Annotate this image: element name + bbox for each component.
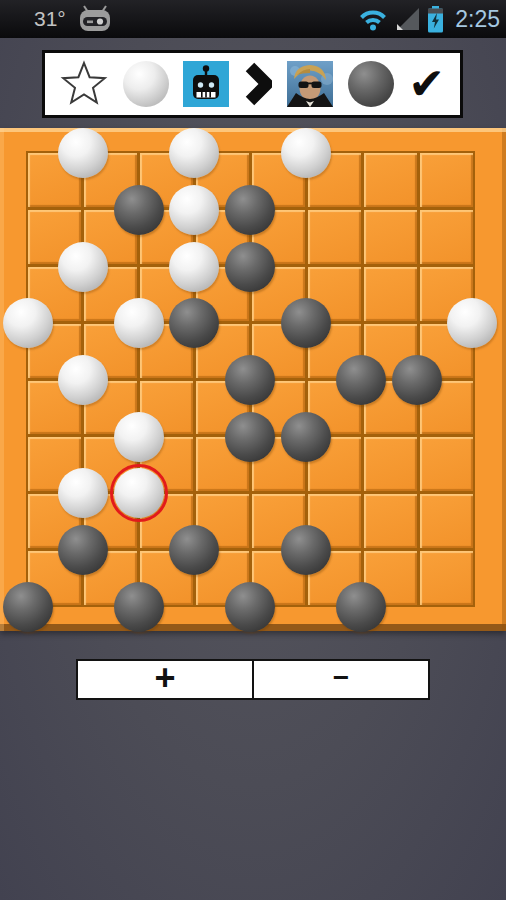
intersection-i4[interactable] xyxy=(444,408,500,465)
intersection-e8[interactable] xyxy=(222,182,278,239)
intersection-g3[interactable] xyxy=(333,465,389,522)
intersection-a8[interactable] xyxy=(0,182,56,239)
intersection-d8[interactable] xyxy=(167,182,223,239)
intersection-c9[interactable] xyxy=(111,125,167,182)
intersection-g2[interactable] xyxy=(333,522,389,579)
black-stone xyxy=(392,355,442,405)
robot-icon xyxy=(183,61,229,107)
black-stone xyxy=(169,298,219,348)
intersection-e5[interactable] xyxy=(222,352,278,409)
cell-signal-icon xyxy=(396,7,420,31)
intersection-i6[interactable] xyxy=(444,295,500,352)
intersection-e9[interactable] xyxy=(222,125,278,182)
intersection-a6[interactable] xyxy=(0,295,56,352)
intersection-b2[interactable] xyxy=(56,522,112,579)
intersection-i5[interactable] xyxy=(444,352,500,409)
intersection-f7[interactable] xyxy=(278,238,334,295)
intersection-a9[interactable] xyxy=(0,125,56,182)
black-stone xyxy=(225,582,275,632)
intersection-g8[interactable] xyxy=(333,182,389,239)
intersection-c4[interactable] xyxy=(111,408,167,465)
white-stone xyxy=(3,298,53,348)
intersection-e4[interactable] xyxy=(222,408,278,465)
white-stone xyxy=(169,128,219,178)
black-stone xyxy=(281,298,331,348)
intersection-d4[interactable] xyxy=(167,408,223,465)
intersection-a2[interactable] xyxy=(0,522,56,579)
intersection-i1[interactable] xyxy=(444,578,500,635)
stones-layer xyxy=(0,125,500,635)
intersection-c6[interactable] xyxy=(111,295,167,352)
intersection-i3[interactable] xyxy=(444,465,500,522)
intersection-h5[interactable] xyxy=(389,352,445,409)
star-button[interactable] xyxy=(60,60,108,108)
intersection-h9[interactable] xyxy=(389,125,445,182)
avatar-photo xyxy=(287,61,333,107)
intersection-g5[interactable] xyxy=(333,352,389,409)
robot-player-button[interactable] xyxy=(183,61,229,107)
intersection-f8[interactable] xyxy=(278,182,334,239)
intersection-b1[interactable] xyxy=(56,578,112,635)
intersection-a3[interactable] xyxy=(0,465,56,522)
intersection-h6[interactable] xyxy=(389,295,445,352)
intersection-b4[interactable] xyxy=(56,408,112,465)
plus-button[interactable]: + xyxy=(76,659,253,700)
intersection-d5[interactable] xyxy=(167,352,223,409)
intersection-h4[interactable] xyxy=(389,408,445,465)
intersection-c1[interactable] xyxy=(111,578,167,635)
black-stone xyxy=(225,242,275,292)
white-stone xyxy=(169,242,219,292)
intersection-d6[interactable] xyxy=(167,295,223,352)
black-stone xyxy=(114,582,164,632)
white-stone xyxy=(58,128,108,178)
intersection-g1[interactable] xyxy=(333,578,389,635)
checkmark-icon: ✔ xyxy=(408,62,445,106)
intersection-i7[interactable] xyxy=(444,238,500,295)
white-stone xyxy=(169,185,219,235)
human-player-avatar[interactable] xyxy=(287,61,333,107)
intersection-f1[interactable] xyxy=(278,578,334,635)
intersection-f5[interactable] xyxy=(278,352,334,409)
intersection-c2[interactable] xyxy=(111,522,167,579)
status-bar-left: 31° xyxy=(34,5,113,33)
intersection-e3[interactable] xyxy=(222,465,278,522)
black-stone xyxy=(336,582,386,632)
black-stone xyxy=(336,355,386,405)
intersection-i9[interactable] xyxy=(444,125,500,182)
intersection-b3[interactable] xyxy=(56,465,112,522)
white-stone xyxy=(58,468,108,518)
intersection-d2[interactable] xyxy=(167,522,223,579)
status-bar-right: 2:25 xyxy=(357,6,500,33)
intersection-c3[interactable] xyxy=(111,465,167,522)
intersection-a5[interactable] xyxy=(0,352,56,409)
white-stone xyxy=(281,128,331,178)
intersection-i2[interactable] xyxy=(444,522,500,579)
intersection-g6[interactable] xyxy=(333,295,389,352)
confirm-button[interactable]: ✔ xyxy=(408,62,445,106)
cyanogenmod-mascot-icon xyxy=(77,5,113,33)
last-move-marker xyxy=(110,464,168,522)
intersection-a7[interactable] xyxy=(0,238,56,295)
wifi-icon xyxy=(357,8,389,31)
star-outline-icon xyxy=(60,60,108,108)
app-screen: 31° xyxy=(0,0,506,900)
black-stone xyxy=(3,582,53,632)
black-stone xyxy=(225,412,275,462)
white-stone xyxy=(58,242,108,292)
intersection-b5[interactable] xyxy=(56,352,112,409)
black-stone xyxy=(169,525,219,575)
intersection-d7[interactable] xyxy=(167,238,223,295)
black-stone xyxy=(225,355,275,405)
white-stone xyxy=(447,298,497,348)
intersection-h3[interactable] xyxy=(389,465,445,522)
intersection-e6[interactable] xyxy=(222,295,278,352)
intersection-d9[interactable] xyxy=(167,125,223,182)
black-stone xyxy=(281,525,331,575)
white-stone xyxy=(114,298,164,348)
intersection-b6[interactable] xyxy=(56,295,112,352)
white-stone-icon xyxy=(123,61,169,107)
black-stone-icon xyxy=(348,61,394,107)
black-stone xyxy=(281,412,331,462)
intersection-g4[interactable] xyxy=(333,408,389,465)
clock: 2:25 xyxy=(455,6,500,33)
intersection-h2[interactable] xyxy=(389,522,445,579)
intersection-f9[interactable] xyxy=(278,125,334,182)
intersection-b9[interactable] xyxy=(56,125,112,182)
intersection-c5[interactable] xyxy=(111,352,167,409)
intersection-e2[interactable] xyxy=(222,522,278,579)
black-stone xyxy=(58,525,108,575)
intersection-a4[interactable] xyxy=(0,408,56,465)
intersection-g9[interactable] xyxy=(333,125,389,182)
move-controls: + − xyxy=(76,659,430,700)
intersection-f4[interactable] xyxy=(278,408,334,465)
toolbar: ✔ xyxy=(42,50,463,118)
black-stone xyxy=(225,185,275,235)
status-bar: 31° xyxy=(0,0,506,38)
white-stone xyxy=(58,355,108,405)
intersection-f6[interactable] xyxy=(278,295,334,352)
chevron-right-icon xyxy=(244,61,272,107)
intersection-d1[interactable] xyxy=(167,578,223,635)
intersection-b8[interactable] xyxy=(56,182,112,239)
intersection-h7[interactable] xyxy=(389,238,445,295)
minus-button[interactable]: − xyxy=(253,659,430,700)
intersection-b7[interactable] xyxy=(56,238,112,295)
intersection-a1[interactable] xyxy=(0,578,56,635)
intersection-g7[interactable] xyxy=(333,238,389,295)
intersection-e7[interactable] xyxy=(222,238,278,295)
go-board[interactable] xyxy=(0,128,506,631)
white-stone xyxy=(114,412,164,462)
battery-charging-icon xyxy=(427,6,444,33)
intersection-f3[interactable] xyxy=(278,465,334,522)
intersection-c7[interactable] xyxy=(111,238,167,295)
black-stone xyxy=(114,185,164,235)
intersection-f2[interactable] xyxy=(278,522,334,579)
intersection-d3[interactable] xyxy=(167,465,223,522)
intersection-c8[interactable] xyxy=(111,182,167,239)
intersection-e1[interactable] xyxy=(222,578,278,635)
intersection-i8[interactable] xyxy=(444,182,500,239)
intersection-h1[interactable] xyxy=(389,578,445,635)
intersection-h8[interactable] xyxy=(389,182,445,239)
temperature-label: 31° xyxy=(34,7,66,31)
